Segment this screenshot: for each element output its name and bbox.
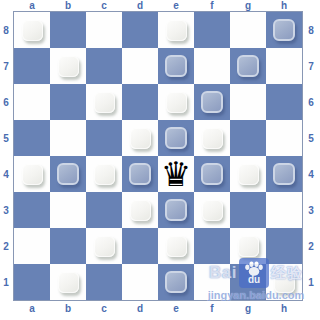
square-c2[interactable] bbox=[86, 228, 122, 264]
square-e1[interactable] bbox=[158, 264, 194, 300]
move-marker-d3 bbox=[130, 200, 151, 221]
square-c3[interactable] bbox=[86, 192, 122, 228]
square-e8[interactable] bbox=[158, 12, 194, 48]
square-b3[interactable] bbox=[50, 192, 86, 228]
file-label-bottom-g: g bbox=[230, 303, 266, 314]
square-d5[interactable] bbox=[122, 120, 158, 156]
rank-label-left-3: 3 bbox=[0, 192, 12, 228]
square-a1[interactable] bbox=[14, 264, 50, 300]
move-marker-h1 bbox=[274, 272, 295, 293]
file-label-bottom-f: f bbox=[194, 303, 230, 314]
square-a4[interactable] bbox=[14, 156, 50, 192]
square-b7[interactable] bbox=[50, 48, 86, 84]
black-queen-piece[interactable]: ♛ bbox=[161, 156, 191, 192]
square-e3[interactable] bbox=[158, 192, 194, 228]
move-marker-e7 bbox=[165, 55, 187, 77]
square-d1[interactable] bbox=[122, 264, 158, 300]
square-g4[interactable] bbox=[230, 156, 266, 192]
file-label-top-d: d bbox=[122, 0, 158, 11]
move-marker-f4 bbox=[201, 163, 223, 185]
square-h7[interactable] bbox=[266, 48, 302, 84]
square-f7[interactable] bbox=[194, 48, 230, 84]
rank-label-left-2: 2 bbox=[0, 228, 12, 264]
square-h2[interactable] bbox=[266, 228, 302, 264]
file-label-top-a: a bbox=[14, 0, 50, 11]
square-h4[interactable] bbox=[266, 156, 302, 192]
move-marker-b4 bbox=[57, 163, 79, 185]
move-marker-f5 bbox=[202, 128, 223, 149]
file-label-bottom-c: c bbox=[86, 303, 122, 314]
square-b6[interactable] bbox=[50, 84, 86, 120]
square-a2[interactable] bbox=[14, 228, 50, 264]
rank-label-left-8: 8 bbox=[0, 12, 12, 48]
rank-label-left-6: 6 bbox=[0, 84, 12, 120]
square-f2[interactable] bbox=[194, 228, 230, 264]
file-label-bottom-a: a bbox=[14, 303, 50, 314]
file-label-bottom-b: b bbox=[50, 303, 86, 314]
file-label-top-g: g bbox=[230, 0, 266, 11]
square-f1[interactable] bbox=[194, 264, 230, 300]
square-b4[interactable] bbox=[50, 156, 86, 192]
move-marker-e6 bbox=[166, 92, 187, 113]
square-a8[interactable] bbox=[14, 12, 50, 48]
square-d8[interactable] bbox=[122, 12, 158, 48]
file-label-top-h: h bbox=[266, 0, 302, 11]
file-labels-top: abcdefgh bbox=[14, 0, 302, 11]
rank-label-right-7: 7 bbox=[305, 48, 317, 84]
square-c1[interactable] bbox=[86, 264, 122, 300]
square-h3[interactable] bbox=[266, 192, 302, 228]
move-marker-e3 bbox=[165, 199, 187, 221]
file-label-bottom-d: d bbox=[122, 303, 158, 314]
square-a5[interactable] bbox=[14, 120, 50, 156]
move-marker-b1 bbox=[58, 272, 79, 293]
square-b2[interactable] bbox=[50, 228, 86, 264]
square-f4[interactable] bbox=[194, 156, 230, 192]
square-d4[interactable] bbox=[122, 156, 158, 192]
square-e2[interactable] bbox=[158, 228, 194, 264]
square-f3[interactable] bbox=[194, 192, 230, 228]
file-label-top-e: e bbox=[158, 0, 194, 11]
square-g2[interactable] bbox=[230, 228, 266, 264]
file-label-top-b: b bbox=[50, 0, 86, 11]
square-c6[interactable] bbox=[86, 84, 122, 120]
square-g3[interactable] bbox=[230, 192, 266, 228]
move-marker-g7 bbox=[237, 55, 259, 77]
chess-diagram: abcdefgh abcdefgh 87654321 87654321 ♛ Ba… bbox=[0, 0, 320, 320]
rank-label-left-5: 5 bbox=[0, 120, 12, 156]
square-e4[interactable]: ♛ bbox=[158, 156, 194, 192]
square-f5[interactable] bbox=[194, 120, 230, 156]
rank-label-right-3: 3 bbox=[305, 192, 317, 228]
square-c7[interactable] bbox=[86, 48, 122, 84]
square-b8[interactable] bbox=[50, 12, 86, 48]
rank-label-right-2: 2 bbox=[305, 228, 317, 264]
rank-label-left-1: 1 bbox=[0, 264, 12, 300]
move-marker-a8 bbox=[22, 20, 43, 41]
square-c4[interactable] bbox=[86, 156, 122, 192]
rank-labels-left: 87654321 bbox=[0, 12, 12, 300]
square-f6[interactable] bbox=[194, 84, 230, 120]
square-a6[interactable] bbox=[14, 84, 50, 120]
square-a3[interactable] bbox=[14, 192, 50, 228]
move-marker-d4 bbox=[129, 163, 151, 185]
move-marker-g4 bbox=[238, 164, 259, 185]
file-label-bottom-h: h bbox=[266, 303, 302, 314]
square-g8[interactable] bbox=[230, 12, 266, 48]
square-d7[interactable] bbox=[122, 48, 158, 84]
square-b5[interactable] bbox=[50, 120, 86, 156]
square-e6[interactable] bbox=[158, 84, 194, 120]
rank-label-right-8: 8 bbox=[305, 12, 317, 48]
square-f8[interactable] bbox=[194, 12, 230, 48]
rank-labels-right: 87654321 bbox=[305, 12, 317, 300]
move-marker-e1 bbox=[165, 271, 187, 293]
square-g5[interactable] bbox=[230, 120, 266, 156]
move-marker-f3 bbox=[202, 200, 223, 221]
rank-label-right-1: 1 bbox=[305, 264, 317, 300]
move-marker-d5 bbox=[130, 128, 151, 149]
move-marker-c6 bbox=[94, 92, 115, 113]
square-e7[interactable] bbox=[158, 48, 194, 84]
square-h1[interactable] bbox=[266, 264, 302, 300]
move-marker-e8 bbox=[166, 20, 187, 41]
move-marker-e5 bbox=[165, 127, 187, 149]
square-c5[interactable] bbox=[86, 120, 122, 156]
move-marker-h4 bbox=[273, 163, 295, 185]
move-marker-a4 bbox=[22, 164, 43, 185]
square-d3[interactable] bbox=[122, 192, 158, 228]
rank-label-left-4: 4 bbox=[0, 156, 12, 192]
rank-label-left-7: 7 bbox=[0, 48, 12, 84]
file-label-top-f: f bbox=[194, 0, 230, 11]
square-d6[interactable] bbox=[122, 84, 158, 120]
file-label-top-c: c bbox=[86, 0, 122, 11]
square-a7[interactable] bbox=[14, 48, 50, 84]
move-marker-c4 bbox=[94, 164, 115, 185]
move-marker-h8 bbox=[273, 19, 295, 41]
square-b1[interactable] bbox=[50, 264, 86, 300]
rank-label-right-5: 5 bbox=[305, 120, 317, 156]
square-g1[interactable] bbox=[230, 264, 266, 300]
move-marker-f6 bbox=[201, 91, 223, 113]
square-h5[interactable] bbox=[266, 120, 302, 156]
move-marker-e2 bbox=[166, 236, 187, 257]
square-g7[interactable] bbox=[230, 48, 266, 84]
chess-board: ♛ bbox=[13, 11, 303, 301]
rank-label-right-4: 4 bbox=[305, 156, 317, 192]
square-g6[interactable] bbox=[230, 84, 266, 120]
file-label-bottom-e: e bbox=[158, 303, 194, 314]
square-h8[interactable] bbox=[266, 12, 302, 48]
square-d2[interactable] bbox=[122, 228, 158, 264]
rank-label-right-6: 6 bbox=[305, 84, 317, 120]
move-marker-c2 bbox=[94, 236, 115, 257]
square-c8[interactable] bbox=[86, 12, 122, 48]
square-h6[interactable] bbox=[266, 84, 302, 120]
move-marker-b7 bbox=[58, 56, 79, 77]
file-labels-bottom: abcdefgh bbox=[14, 303, 302, 314]
move-marker-g2 bbox=[238, 236, 259, 257]
square-e5[interactable] bbox=[158, 120, 194, 156]
